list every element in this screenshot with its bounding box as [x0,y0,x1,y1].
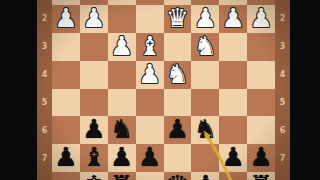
square-c6: ♞ [191,116,219,144]
rank-label-4: 4 [37,61,52,89]
black-pawn-b7: ♟ [222,144,245,170]
square-b2: ♟ [219,5,247,33]
white-bishop-f1: ♝ [110,0,133,3]
rank-labels-right: 12345678 [275,0,290,180]
white-king-e1: ♚ [138,0,161,3]
square-e5 [136,89,164,117]
rank-label-5: 5 [37,89,52,117]
white-pawn-a2: ♟ [249,5,272,31]
square-b3 [219,33,247,61]
square-b6 [219,116,247,144]
square-g5 [80,89,108,117]
black-king-g8: ♚ [82,172,105,180]
square-g6: ♟ [80,116,108,144]
square-d4: ♞ [164,61,192,89]
white-rook-a1: ♜ [249,0,272,3]
square-c2: ♟ [191,5,219,33]
white-bishop-e3: ♝ [138,33,161,59]
square-e2 [136,5,164,33]
square-h6 [52,116,80,144]
square-a7: ♟ [247,144,275,172]
black-rook-f8: ♜ [110,172,133,180]
square-a8: ♜ [247,172,275,180]
board-frame: 12345678 ♜♝♚♜♟♟♛♟♟♟♟♝♞♟♞♟♞♟♞♟♝♟♟♟♟♚♜♛♝♜ … [37,0,290,180]
black-pawn-e7: ♟ [138,144,161,170]
rank-label-3: 3 [37,33,52,61]
rank-label-8: 8 [275,172,290,180]
square-b7: ♟ [219,144,247,172]
square-c3: ♞ [191,33,219,61]
square-d2: ♛ [164,5,192,33]
square-f3: ♟ [108,33,136,61]
square-f4 [108,61,136,89]
black-knight-c6: ♞ [194,116,217,142]
rank-label-2: 2 [37,5,52,33]
square-h7: ♟ [52,144,80,172]
square-a4 [247,61,275,89]
white-pawn-e4: ♟ [138,61,161,87]
square-f6: ♞ [108,116,136,144]
black-pawn-d6: ♟ [166,116,189,142]
rank-label-6: 6 [37,116,52,144]
rank-label-7: 7 [275,144,290,172]
square-b5 [219,89,247,117]
square-g7: ♝ [80,144,108,172]
video-frame[interactable]: 12345678 ♜♝♚♜♟♟♛♟♟♟♟♝♞♟♞♟♞♟♞♟♝♟♟♟♟♚♜♛♝♜ … [0,0,320,180]
letterbox-right [290,0,320,180]
rank-label-4: 4 [275,61,290,89]
white-pawn-c2: ♟ [194,5,217,31]
square-c7 [191,144,219,172]
black-bishop-g7: ♝ [82,144,105,170]
black-rook-a8: ♜ [249,172,272,180]
rank-label-6: 6 [275,116,290,144]
square-c5 [191,89,219,117]
chess-board: ♜♝♚♜♟♟♛♟♟♟♟♝♞♟♞♟♞♟♞♟♝♟♟♟♟♚♜♛♝♜ [52,0,275,180]
rank-label-3: 3 [275,33,290,61]
square-b4 [219,61,247,89]
square-f7: ♟ [108,144,136,172]
rank-label-5: 5 [275,89,290,117]
white-rook-h1: ♜ [54,0,77,3]
square-f2 [108,5,136,33]
square-h5 [52,89,80,117]
black-bishop-c8: ♝ [194,172,217,180]
square-e8 [136,172,164,180]
square-h2: ♟ [52,5,80,33]
square-b8 [219,172,247,180]
square-a3 [247,33,275,61]
square-d8: ♛ [164,172,192,180]
rank-label-8: 8 [37,172,52,180]
square-e4: ♟ [136,61,164,89]
black-pawn-h7: ♟ [54,144,77,170]
square-a5 [247,89,275,117]
letterbox-left [0,0,37,180]
square-f8: ♜ [108,172,136,180]
black-pawn-f7: ♟ [110,144,133,170]
square-e3: ♝ [136,33,164,61]
square-g3 [80,33,108,61]
white-queen-d2: ♛ [166,5,189,31]
black-knight-f6: ♞ [110,116,133,142]
black-pawn-a7: ♟ [249,144,272,170]
square-d6: ♟ [164,116,192,144]
square-g8: ♚ [80,172,108,180]
square-h4 [52,61,80,89]
square-g4 [80,61,108,89]
square-c4 [191,61,219,89]
white-pawn-f3: ♟ [110,33,133,59]
square-e7: ♟ [136,144,164,172]
white-knight-d4: ♞ [166,61,189,87]
square-d7 [164,144,192,172]
square-e6 [136,116,164,144]
rank-label-2: 2 [275,5,290,33]
white-pawn-b2: ♟ [222,5,245,31]
black-queen-d8: ♛ [166,172,189,180]
square-d3 [164,33,192,61]
square-h8 [52,172,80,180]
square-f5 [108,89,136,117]
white-knight-c3: ♞ [194,33,217,59]
square-a6 [247,116,275,144]
rank-labels-left: 12345678 [37,0,52,180]
square-a2: ♟ [247,5,275,33]
white-pawn-g2: ♟ [82,5,105,31]
square-c8: ♝ [191,172,219,180]
square-h3 [52,33,80,61]
white-pawn-h2: ♟ [54,5,77,31]
rank-label-7: 7 [37,144,52,172]
square-g2: ♟ [80,5,108,33]
square-d5 [164,89,192,117]
black-pawn-g6: ♟ [82,116,105,142]
